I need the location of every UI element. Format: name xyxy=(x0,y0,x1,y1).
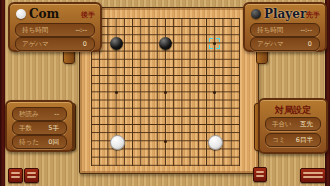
com-player-name: Com xyxy=(29,7,59,21)
black-stone-K16 xyxy=(159,37,172,50)
com-panel-header: Com 後手 xyxy=(15,8,95,21)
com-role-badge: 後手 xyxy=(81,10,95,20)
move-count-label: 手数 xyxy=(19,124,32,133)
komi-row: コミ 6目半 xyxy=(265,133,321,147)
move-count-value: 5手 xyxy=(48,124,59,133)
player-captures-label: アゲハマ xyxy=(257,40,284,49)
player-captures-value: 0 xyxy=(308,40,312,48)
button-glyph xyxy=(11,172,20,174)
game-status-panel: 秒読み -- 手数 5手 待った 0回 xyxy=(5,100,74,152)
badge-glyph xyxy=(303,176,323,178)
star-point xyxy=(213,91,216,94)
handicap-value: 互先 xyxy=(300,120,313,129)
corner-button-left-2[interactable] xyxy=(24,168,39,183)
star-point xyxy=(164,91,167,94)
corner-button-left-1[interactable] xyxy=(8,168,23,183)
human-player-panel: Player 先手 持ち時間 --:-- アゲハマ 0 xyxy=(243,2,327,52)
star-point xyxy=(115,91,118,94)
button-glyph xyxy=(27,172,36,174)
byoyomi-label: 秒読み xyxy=(19,110,39,119)
white-stone-icon xyxy=(16,9,26,19)
com-captures-row: アゲハマ 0 xyxy=(15,37,95,51)
button-glyph xyxy=(256,171,264,173)
settings-panel-title: 対局設定 xyxy=(260,104,326,117)
com-time-row: 持ち時間 --:-- xyxy=(15,23,95,37)
white-stone-Q4 xyxy=(208,135,223,150)
handicap-row: 手合い 互先 xyxy=(265,117,321,131)
undo-count-value: 0回 xyxy=(48,138,59,147)
com-time-label: 持ち時間 xyxy=(22,26,48,35)
undo-count-row: 待った 0回 xyxy=(12,135,67,149)
star-point xyxy=(164,140,167,143)
app-screen: Com 後手 持ち時間 --:-- アゲハマ 0 Player 先手 持ち時間 … xyxy=(0,0,330,186)
byoyomi-value: -- xyxy=(54,110,59,118)
go-board-grid[interactable] xyxy=(91,18,240,166)
button-glyph xyxy=(256,175,264,177)
left-edge-strip xyxy=(0,0,5,186)
corner-badge-right[interactable] xyxy=(300,168,326,183)
button-glyph xyxy=(27,176,36,178)
badge-glyph xyxy=(303,172,323,174)
com-time-value: --:-- xyxy=(75,26,87,34)
com-captures-value: 0 xyxy=(83,40,87,48)
player-panel-header: Player 先手 xyxy=(250,8,320,21)
handicap-label: 手合い xyxy=(272,120,292,129)
go-board xyxy=(79,7,259,174)
komi-value: 6目半 xyxy=(296,136,313,145)
player-role-badge: 先手 xyxy=(306,10,320,20)
komi-label: コミ xyxy=(272,136,285,145)
black-stone-D16 xyxy=(110,37,123,50)
corner-button-board-right[interactable] xyxy=(253,167,267,182)
com-captures-label: アゲハマ xyxy=(22,40,49,49)
player-time-value: --:-- xyxy=(300,26,312,34)
player-captures-row: アゲハマ 0 xyxy=(250,37,320,51)
undo-count-label: 待った xyxy=(19,138,39,147)
move-count-row: 手数 5手 xyxy=(12,121,67,135)
player-time-row: 持ち時間 --:-- xyxy=(250,23,320,37)
human-player-name: Player xyxy=(264,7,306,21)
com-player-panel: Com 後手 持ち時間 --:-- アゲハマ 0 xyxy=(8,2,102,52)
black-stone-icon xyxy=(251,9,261,19)
game-settings-panel: 対局設定 手合い 互先 コミ 6目半 xyxy=(258,98,328,154)
button-glyph xyxy=(11,176,20,178)
white-stone-D4 xyxy=(110,135,125,150)
byoyomi-row: 秒読み -- xyxy=(12,107,67,121)
player-time-label: 持ち時間 xyxy=(257,26,283,35)
board-cursor xyxy=(209,38,220,49)
